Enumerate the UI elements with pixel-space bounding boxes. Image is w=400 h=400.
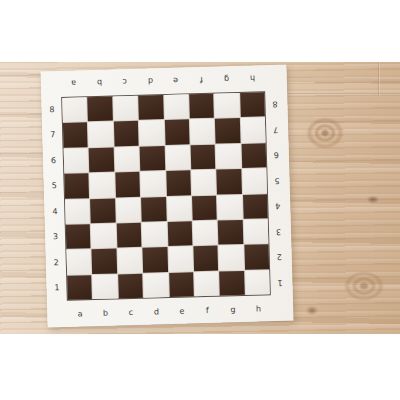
file-label-bottom-a: a bbox=[67, 307, 93, 321]
square-h8[interactable] bbox=[240, 92, 265, 117]
square-c6[interactable] bbox=[114, 147, 139, 172]
square-c7[interactable] bbox=[114, 121, 139, 146]
file-label-top-a: a bbox=[61, 76, 87, 90]
square-a5[interactable] bbox=[64, 173, 89, 198]
file-label-top-d: d bbox=[137, 74, 163, 88]
square-f6[interactable] bbox=[190, 144, 215, 169]
rank-label-left-1: 1 bbox=[50, 275, 64, 301]
file-label-bottom-b: b bbox=[93, 306, 119, 320]
file-label-bottom-f: f bbox=[195, 304, 221, 318]
square-f3[interactable] bbox=[193, 220, 218, 245]
square-h7[interactable] bbox=[240, 118, 265, 143]
square-g2[interactable] bbox=[219, 245, 244, 270]
rank-label-right-6: 6 bbox=[270, 142, 284, 168]
file-label-bottom-c: c bbox=[118, 306, 144, 320]
square-c8[interactable] bbox=[113, 96, 138, 121]
file-label-top-e: e bbox=[163, 73, 189, 87]
square-g1[interactable] bbox=[219, 271, 244, 296]
square-a4[interactable] bbox=[65, 199, 90, 224]
square-g7[interactable] bbox=[215, 118, 240, 143]
rank-label-left-8: 8 bbox=[45, 97, 59, 123]
rank-label-left-4: 4 bbox=[48, 199, 62, 225]
file-label-bottom-h: h bbox=[246, 302, 272, 316]
wood-knot bbox=[300, 112, 350, 154]
square-d2[interactable] bbox=[143, 247, 168, 272]
file-label-top-f: f bbox=[188, 73, 214, 87]
rank-label-right-4: 4 bbox=[271, 193, 285, 219]
square-a6[interactable] bbox=[64, 148, 89, 173]
square-g3[interactable] bbox=[218, 220, 243, 245]
square-b4[interactable] bbox=[90, 198, 115, 223]
square-g8[interactable] bbox=[214, 93, 239, 118]
square-a1[interactable] bbox=[67, 275, 92, 300]
square-h2[interactable] bbox=[244, 244, 269, 269]
square-d7[interactable] bbox=[139, 120, 164, 145]
square-a2[interactable] bbox=[66, 249, 91, 274]
square-a3[interactable] bbox=[66, 224, 91, 249]
wood-knot bbox=[364, 194, 382, 205]
square-e6[interactable] bbox=[165, 145, 190, 170]
square-e4[interactable] bbox=[167, 196, 192, 221]
rank-label-left-3: 3 bbox=[49, 224, 63, 250]
square-e3[interactable] bbox=[167, 221, 192, 246]
square-e8[interactable] bbox=[164, 94, 189, 119]
square-e2[interactable] bbox=[168, 247, 193, 272]
square-e1[interactable] bbox=[169, 272, 194, 297]
file-label-bottom-e: e bbox=[169, 304, 195, 318]
square-h3[interactable] bbox=[243, 219, 268, 244]
file-label-top-g: g bbox=[214, 72, 240, 86]
square-d3[interactable] bbox=[142, 222, 167, 247]
square-h6[interactable] bbox=[241, 143, 266, 168]
file-label-bottom-d: d bbox=[144, 305, 170, 319]
square-d4[interactable] bbox=[141, 197, 166, 222]
square-b7[interactable] bbox=[88, 122, 113, 147]
square-e7[interactable] bbox=[164, 120, 189, 145]
file-label-bottom-g: g bbox=[220, 303, 246, 317]
square-h1[interactable] bbox=[245, 270, 270, 295]
plank-seam bbox=[278, 93, 400, 95]
square-b6[interactable] bbox=[89, 147, 114, 172]
chess-mat: abcdefgh 87654321 87654321 abcdefgh bbox=[40, 65, 293, 328]
square-h5[interactable] bbox=[242, 168, 267, 193]
square-b5[interactable] bbox=[90, 173, 115, 198]
square-f4[interactable] bbox=[192, 195, 217, 220]
rank-label-right-5: 5 bbox=[270, 167, 284, 193]
square-f1[interactable] bbox=[194, 271, 219, 296]
square-c4[interactable] bbox=[116, 197, 141, 222]
square-h4[interactable] bbox=[243, 194, 268, 219]
rank-label-left-6: 6 bbox=[47, 148, 61, 174]
square-a7[interactable] bbox=[63, 123, 88, 148]
rank-label-right-8: 8 bbox=[268, 91, 282, 117]
square-f5[interactable] bbox=[191, 170, 216, 195]
square-d6[interactable] bbox=[140, 146, 165, 171]
square-c3[interactable] bbox=[116, 223, 141, 248]
file-labels-top: abcdefgh bbox=[61, 71, 265, 90]
square-e5[interactable] bbox=[166, 170, 191, 195]
rank-label-left-7: 7 bbox=[46, 122, 60, 148]
square-b8[interactable] bbox=[88, 96, 113, 121]
square-b1[interactable] bbox=[93, 274, 118, 299]
square-c2[interactable] bbox=[117, 248, 142, 273]
square-c1[interactable] bbox=[118, 273, 143, 298]
rank-label-right-3: 3 bbox=[272, 218, 286, 244]
square-f7[interactable] bbox=[190, 119, 215, 144]
rank-label-right-7: 7 bbox=[269, 116, 283, 142]
screenshot-root: abcdefgh 87654321 87654321 abcdefgh bbox=[0, 0, 400, 400]
square-c5[interactable] bbox=[115, 172, 140, 197]
square-a8[interactable] bbox=[62, 97, 87, 122]
wood-knot bbox=[303, 304, 321, 317]
board-grid bbox=[61, 91, 271, 301]
square-g5[interactable] bbox=[217, 169, 242, 194]
rank-label-right-2: 2 bbox=[272, 244, 286, 270]
square-d8[interactable] bbox=[138, 95, 163, 120]
rank-label-right-1: 1 bbox=[273, 269, 287, 295]
square-g6[interactable] bbox=[216, 144, 241, 169]
square-f8[interactable] bbox=[189, 94, 214, 119]
file-label-top-c: c bbox=[112, 75, 138, 89]
rank-labels-right: 87654321 bbox=[268, 91, 287, 295]
rank-label-left-5: 5 bbox=[47, 173, 61, 199]
square-f2[interactable] bbox=[193, 246, 218, 271]
square-b3[interactable] bbox=[91, 223, 116, 248]
square-b2[interactable] bbox=[92, 249, 117, 274]
file-label-top-h: h bbox=[239, 71, 265, 85]
file-label-top-b: b bbox=[86, 75, 112, 89]
square-d5[interactable] bbox=[140, 171, 165, 196]
plank-seam bbox=[378, 62, 380, 96]
square-g4[interactable] bbox=[217, 194, 242, 219]
square-d1[interactable] bbox=[143, 273, 168, 298]
wood-knot bbox=[340, 268, 388, 304]
rank-label-left-2: 2 bbox=[49, 250, 63, 276]
file-labels-bottom: abcdefgh bbox=[67, 302, 271, 321]
